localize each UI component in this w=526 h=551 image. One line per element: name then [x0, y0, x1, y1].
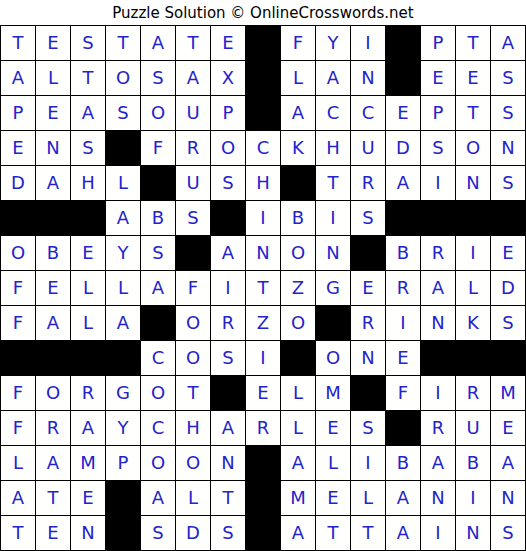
cell-r7c14: I — [456, 236, 490, 270]
cell-r13c4: P — [106, 446, 140, 480]
cell-r5c3: H — [71, 166, 105, 200]
cell-r9c15: S — [491, 306, 525, 340]
block-cell-r9c10 — [316, 306, 350, 340]
cell-r15c14: N — [456, 516, 490, 550]
cell-r5c15: S — [491, 166, 525, 200]
cell-r14c2: T — [36, 481, 70, 515]
block-cell-r10c3 — [71, 341, 105, 375]
cell-r12c4: Y — [106, 411, 140, 445]
cell-r3c14: T — [456, 96, 490, 130]
cell-r7c15: E — [491, 236, 525, 270]
cell-r8c5: A — [141, 271, 175, 305]
block-cell-r10c13 — [421, 341, 455, 375]
block-cell-r2c8 — [246, 61, 280, 95]
cell-r8c11: E — [351, 271, 385, 305]
cell-r1c14: T — [456, 26, 490, 60]
cell-r15c9: A — [281, 516, 315, 550]
cell-r10c11: N — [351, 341, 385, 375]
cell-r8c8: T — [246, 271, 280, 305]
cell-r15c2: E — [36, 516, 70, 550]
cell-r9c14: K — [456, 306, 490, 340]
cell-r2c15: S — [491, 61, 525, 95]
cell-r9c2: A — [36, 306, 70, 340]
cell-r13c1: L — [1, 446, 35, 480]
cell-r9c3: L — [71, 306, 105, 340]
cell-r11c5: O — [141, 376, 175, 410]
cell-r5c11: R — [351, 166, 385, 200]
cell-r14c6: L — [176, 481, 210, 515]
cell-r7c9: O — [281, 236, 315, 270]
cell-r7c2: B — [36, 236, 70, 270]
cell-r13c5: O — [141, 446, 175, 480]
cell-r10c6: O — [176, 341, 210, 375]
cell-r2c9: L — [281, 61, 315, 95]
cell-r11c15: M — [491, 376, 525, 410]
cell-r12c3: A — [71, 411, 105, 445]
cell-r15c12: A — [386, 516, 420, 550]
cell-r8c10: G — [316, 271, 350, 305]
cell-r8c1: F — [1, 271, 35, 305]
block-cell-r6c14 — [456, 201, 490, 235]
block-cell-r6c13 — [421, 201, 455, 235]
cell-r12c10: E — [316, 411, 350, 445]
block-cell-r5c5 — [141, 166, 175, 200]
cell-r7c12: B — [386, 236, 420, 270]
cell-r1c2: E — [36, 26, 70, 60]
cell-r11c14: R — [456, 376, 490, 410]
cell-r15c3: N — [71, 516, 105, 550]
cell-r5c13: I — [421, 166, 455, 200]
cell-r9c1: F — [1, 306, 35, 340]
cell-r4c5: F — [141, 131, 175, 165]
cell-r14c12: A — [386, 481, 420, 515]
cell-r5c8: H — [246, 166, 280, 200]
cell-r12c5: C — [141, 411, 175, 445]
cell-r9c6: O — [176, 306, 210, 340]
cell-r8c13: A — [421, 271, 455, 305]
block-cell-r5c9 — [281, 166, 315, 200]
cell-r4c8: C — [246, 131, 280, 165]
block-cell-r2c12 — [386, 61, 420, 95]
cell-r5c7: S — [211, 166, 245, 200]
cell-r14c5: A — [141, 481, 175, 515]
cell-r13c7: N — [211, 446, 245, 480]
cell-r5c10: T — [316, 166, 350, 200]
cell-r10c10: O — [316, 341, 350, 375]
cell-r13c2: A — [36, 446, 70, 480]
block-cell-r4c4 — [106, 131, 140, 165]
cell-r1c10: Y — [316, 26, 350, 60]
cell-r7c3: E — [71, 236, 105, 270]
cell-r11c3: R — [71, 376, 105, 410]
cell-r9c9: O — [281, 306, 315, 340]
cell-r8c4: L — [106, 271, 140, 305]
cell-r2c11: N — [351, 61, 385, 95]
cell-r9c11: R — [351, 306, 385, 340]
cell-r3c10: C — [316, 96, 350, 130]
block-cell-r6c2 — [36, 201, 70, 235]
cell-r6c6: S — [176, 201, 210, 235]
cell-r10c7: S — [211, 341, 245, 375]
cell-r4c2: N — [36, 131, 70, 165]
cell-r15c15: S — [491, 516, 525, 550]
cell-r12c9: L — [281, 411, 315, 445]
cell-r8c12: R — [386, 271, 420, 305]
block-cell-r14c8 — [246, 481, 280, 515]
block-cell-r10c1 — [1, 341, 35, 375]
cell-r7c4: Y — [106, 236, 140, 270]
cell-r11c9: L — [281, 376, 315, 410]
cell-r14c11: L — [351, 481, 385, 515]
block-cell-r10c2 — [36, 341, 70, 375]
cell-r15c1: T — [1, 516, 35, 550]
block-cell-r7c6 — [176, 236, 210, 270]
cell-r12c14: U — [456, 411, 490, 445]
cell-r1c15: A — [491, 26, 525, 60]
block-cell-r10c14 — [456, 341, 490, 375]
cell-r6c4: A — [106, 201, 140, 235]
cell-r12c7: A — [211, 411, 245, 445]
cell-r1c4: T — [106, 26, 140, 60]
cell-r3c3: A — [71, 96, 105, 130]
cell-r10c12: E — [386, 341, 420, 375]
cell-r6c10: I — [316, 201, 350, 235]
cell-r4c6: R — [176, 131, 210, 165]
cell-r14c7: T — [211, 481, 245, 515]
block-cell-r15c8 — [246, 516, 280, 550]
cell-r7c7: A — [211, 236, 245, 270]
cell-r10c8: I — [246, 341, 280, 375]
page-title: Puzzle Solution © OnlineCrosswords.net — [0, 0, 526, 25]
cell-r8c14: L — [456, 271, 490, 305]
cell-r4c12: D — [386, 131, 420, 165]
cell-r8c15: D — [491, 271, 525, 305]
cell-r13c10: L — [316, 446, 350, 480]
cell-r11c12: F — [386, 376, 420, 410]
cell-r1c1: T — [1, 26, 35, 60]
cell-r11c1: F — [1, 376, 35, 410]
cell-r5c14: N — [456, 166, 490, 200]
cell-r7c8: N — [246, 236, 280, 270]
cell-r4c14: O — [456, 131, 490, 165]
cell-r5c1: D — [1, 166, 35, 200]
cell-r8c9: Z — [281, 271, 315, 305]
crossword-grid: TESTATEFYIPTAALTOSAXLANEESPEASOUPACCEPTS… — [0, 25, 526, 551]
cell-r8c6: F — [176, 271, 210, 305]
cell-r3c9: A — [281, 96, 315, 130]
cell-r13c13: A — [421, 446, 455, 480]
cell-r1c5: A — [141, 26, 175, 60]
block-cell-r1c12 — [386, 26, 420, 60]
block-cell-r3c8 — [246, 96, 280, 130]
cell-r12c8: R — [246, 411, 280, 445]
cell-r15c6: D — [176, 516, 210, 550]
block-cell-r9c5 — [141, 306, 175, 340]
cell-r2c7: X — [211, 61, 245, 95]
cell-r2c2: L — [36, 61, 70, 95]
block-cell-r6c3 — [71, 201, 105, 235]
cell-r1c11: I — [351, 26, 385, 60]
cell-r13c6: O — [176, 446, 210, 480]
block-cell-r6c15 — [491, 201, 525, 235]
cell-r3c6: U — [176, 96, 210, 130]
cell-r2c4: O — [106, 61, 140, 95]
cell-r9c7: R — [211, 306, 245, 340]
cell-r7c5: S — [141, 236, 175, 270]
cell-r12c13: R — [421, 411, 455, 445]
cell-r3c1: P — [1, 96, 35, 130]
cell-r2c14: E — [456, 61, 490, 95]
cell-r3c7: P — [211, 96, 245, 130]
cell-r1c3: S — [71, 26, 105, 60]
cell-r8c2: E — [36, 271, 70, 305]
cell-r14c9: M — [281, 481, 315, 515]
cell-r12c15: E — [491, 411, 525, 445]
block-cell-r1c8 — [246, 26, 280, 60]
cell-r6c8: I — [246, 201, 280, 235]
cell-r13c3: M — [71, 446, 105, 480]
cell-r14c15: N — [491, 481, 525, 515]
block-cell-r10c9 — [281, 341, 315, 375]
cell-r14c1: A — [1, 481, 35, 515]
block-cell-r7c11 — [351, 236, 385, 270]
cell-r15c7: S — [211, 516, 245, 550]
cell-r15c11: T — [351, 516, 385, 550]
cell-r2c1: A — [1, 61, 35, 95]
block-cell-r13c8 — [246, 446, 280, 480]
cell-r1c9: F — [281, 26, 315, 60]
cell-r3c15: S — [491, 96, 525, 130]
cell-r12c6: H — [176, 411, 210, 445]
cell-r13c15: A — [491, 446, 525, 480]
cell-r3c4: S — [106, 96, 140, 130]
cell-r9c13: N — [421, 306, 455, 340]
cell-r8c7: I — [211, 271, 245, 305]
cell-r3c11: C — [351, 96, 385, 130]
cell-r12c1: F — [1, 411, 35, 445]
cell-r13c12: B — [386, 446, 420, 480]
cell-r2c3: T — [71, 61, 105, 95]
cell-r1c7: E — [211, 26, 245, 60]
cell-r11c13: I — [421, 376, 455, 410]
cell-r15c13: I — [421, 516, 455, 550]
cell-r4c9: K — [281, 131, 315, 165]
cell-r3c13: P — [421, 96, 455, 130]
cell-r11c10: M — [316, 376, 350, 410]
cell-r4c7: O — [211, 131, 245, 165]
cell-r12c2: R — [36, 411, 70, 445]
cell-r13c14: B — [456, 446, 490, 480]
cell-r13c9: A — [281, 446, 315, 480]
cell-r4c10: H — [316, 131, 350, 165]
cell-r7c13: R — [421, 236, 455, 270]
cell-r15c5: S — [141, 516, 175, 550]
block-cell-r6c1 — [1, 201, 35, 235]
cell-r2c10: A — [316, 61, 350, 95]
cell-r2c6: A — [176, 61, 210, 95]
block-cell-r15c4 — [106, 516, 140, 550]
block-cell-r10c15 — [491, 341, 525, 375]
block-cell-r12c12 — [386, 411, 420, 445]
cell-r3c12: E — [386, 96, 420, 130]
cell-r1c6: T — [176, 26, 210, 60]
block-cell-r14c4 — [106, 481, 140, 515]
cell-r4c1: E — [1, 131, 35, 165]
cell-r14c14: I — [456, 481, 490, 515]
cell-r6c11: S — [351, 201, 385, 235]
cell-r5c2: A — [36, 166, 70, 200]
cell-r12c11: S — [351, 411, 385, 445]
cell-r7c1: O — [1, 236, 35, 270]
cell-r13c11: I — [351, 446, 385, 480]
cell-r8c3: L — [71, 271, 105, 305]
cell-r14c10: E — [316, 481, 350, 515]
cell-r4c15: N — [491, 131, 525, 165]
cell-r9c12: I — [386, 306, 420, 340]
cell-r11c2: O — [36, 376, 70, 410]
cell-r3c5: O — [141, 96, 175, 130]
cell-r2c13: E — [421, 61, 455, 95]
block-cell-r6c7 — [211, 201, 245, 235]
block-cell-r6c12 — [386, 201, 420, 235]
cell-r4c3: S — [71, 131, 105, 165]
cell-r3c2: E — [36, 96, 70, 130]
cell-r2c5: S — [141, 61, 175, 95]
cell-r4c11: U — [351, 131, 385, 165]
cell-r1c13: P — [421, 26, 455, 60]
cell-r14c13: N — [421, 481, 455, 515]
cell-r11c6: T — [176, 376, 210, 410]
cell-r5c12: A — [386, 166, 420, 200]
cell-r11c4: G — [106, 376, 140, 410]
cell-r5c6: U — [176, 166, 210, 200]
cell-r4c13: S — [421, 131, 455, 165]
cell-r7c10: N — [316, 236, 350, 270]
block-cell-r10c4 — [106, 341, 140, 375]
block-cell-r11c7 — [211, 376, 245, 410]
cell-r6c5: B — [141, 201, 175, 235]
cell-r11c8: E — [246, 376, 280, 410]
cell-r15c10: T — [316, 516, 350, 550]
cell-r5c4: L — [106, 166, 140, 200]
cell-r9c4: A — [106, 306, 140, 340]
cell-r14c3: E — [71, 481, 105, 515]
puzzle-solution-page: Puzzle Solution © OnlineCrosswords.net T… — [0, 0, 526, 551]
cell-r9c8: Z — [246, 306, 280, 340]
cell-r10c5: C — [141, 341, 175, 375]
block-cell-r11c11 — [351, 376, 385, 410]
cell-r6c9: B — [281, 201, 315, 235]
